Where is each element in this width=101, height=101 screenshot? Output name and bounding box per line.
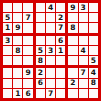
box-9: 7428: [68, 68, 98, 98]
cell-r7c5[interactable]: [46, 68, 55, 77]
cell-r9c7[interactable]: [68, 89, 77, 98]
cell-r1c1[interactable]: [3, 3, 12, 12]
cell-r1c7: 9: [68, 3, 77, 12]
cell-r7c1[interactable]: [3, 68, 12, 77]
cell-r6c3[interactable]: [23, 56, 32, 65]
cell-r2c6: 2: [56, 13, 65, 22]
box-7: 916: [3, 68, 33, 98]
cell-r5c1[interactable]: [3, 46, 12, 55]
cell-r6c8[interactable]: [79, 56, 88, 65]
cell-r8c8[interactable]: [79, 79, 88, 88]
cell-r4c6: 6: [56, 36, 65, 45]
box-1: 5719: [3, 3, 33, 33]
cell-r4c7[interactable]: [68, 36, 77, 45]
cell-r5c6: 1: [56, 46, 65, 55]
cell-r4c4[interactable]: [36, 36, 45, 45]
cell-r3c2: 9: [13, 23, 22, 32]
cell-r8c6[interactable]: [56, 79, 65, 88]
box-3: 938: [68, 3, 98, 33]
cell-r5c8: 4: [79, 46, 88, 55]
cell-r9c9[interactable]: [89, 89, 98, 98]
cell-r8c7: 2: [68, 79, 77, 88]
cell-r8c1[interactable]: [3, 79, 12, 88]
cell-r4c1: 3: [3, 36, 12, 45]
cell-r4c8[interactable]: [79, 36, 88, 45]
cell-r6c2[interactable]: [13, 56, 22, 65]
cell-r6c9: 5: [89, 56, 98, 65]
cell-r9c6[interactable]: [56, 89, 65, 98]
cell-r9c5: 7: [46, 89, 55, 98]
cell-r2c4[interactable]: [36, 13, 45, 22]
cell-r4c9[interactable]: [89, 36, 98, 45]
cell-r3c7: 8: [68, 23, 77, 32]
cell-r8c3[interactable]: [23, 79, 32, 88]
cell-r4c3[interactable]: [23, 36, 32, 45]
cell-r5c2: 8: [13, 46, 22, 55]
cell-r7c3: 9: [23, 68, 32, 77]
cell-r2c8[interactable]: [79, 13, 88, 22]
cell-r3c5[interactable]: [46, 23, 55, 32]
cell-r6c7[interactable]: [68, 56, 77, 65]
cell-r7c7[interactable]: [68, 68, 77, 77]
cell-r7c4: 2: [36, 68, 45, 77]
cell-r6c4: 8: [36, 56, 45, 65]
cell-r6c6[interactable]: [56, 56, 65, 65]
cell-r8c5[interactable]: [46, 79, 55, 88]
cell-r3c9[interactable]: [89, 23, 98, 32]
box-6: 45: [68, 36, 98, 66]
cell-r3c4[interactable]: [36, 23, 45, 32]
cell-r1c8: 3: [79, 3, 88, 12]
cell-r6c1[interactable]: [3, 56, 12, 65]
cell-r2c5[interactable]: [46, 13, 55, 22]
cell-r8c2[interactable]: [13, 79, 22, 88]
cell-r7c8: 7: [79, 68, 88, 77]
cell-r1c9[interactable]: [89, 3, 98, 12]
cell-r5c7[interactable]: [68, 46, 77, 55]
cell-r2c9[interactable]: [89, 13, 98, 22]
cell-r1c2[interactable]: [13, 3, 22, 12]
cell-r3c1: 1: [3, 23, 12, 32]
cell-r1c3[interactable]: [23, 3, 32, 12]
cell-r5c3[interactable]: [23, 46, 32, 55]
cell-r8c9: 8: [89, 79, 98, 88]
cell-r9c3: 6: [23, 89, 32, 98]
box-2: 427: [36, 3, 66, 33]
cell-r3c3[interactable]: [23, 23, 32, 32]
cell-r7c6[interactable]: [56, 68, 65, 77]
cell-r2c2[interactable]: [13, 13, 22, 22]
box-8: 267: [36, 68, 66, 98]
cell-r6c5[interactable]: [46, 56, 55, 65]
cell-r8c4: 6: [36, 79, 45, 88]
cell-r4c2[interactable]: [13, 36, 22, 45]
cell-r9c8[interactable]: [79, 89, 88, 98]
sudoku-board: 57194279383865318459162677428: [0, 0, 101, 101]
cell-r5c4: 5: [36, 46, 45, 55]
cell-r2c1: 5: [3, 13, 12, 22]
cell-r2c3: 7: [23, 13, 32, 22]
cell-r7c9: 4: [89, 68, 98, 77]
cell-r3c8[interactable]: [79, 23, 88, 32]
cell-r1c4[interactable]: [36, 3, 45, 12]
cell-r9c4[interactable]: [36, 89, 45, 98]
box-5: 65318: [36, 36, 66, 66]
cell-r1c5: 4: [46, 3, 55, 12]
cell-r5c9[interactable]: [89, 46, 98, 55]
cell-r2c7[interactable]: [68, 13, 77, 22]
cell-r9c2: 1: [13, 89, 22, 98]
cell-r9c1[interactable]: [3, 89, 12, 98]
cell-r5c5: 3: [46, 46, 55, 55]
cell-r4c5[interactable]: [46, 36, 55, 45]
cell-r1c6[interactable]: [56, 3, 65, 12]
cell-r7c2[interactable]: [13, 68, 22, 77]
box-4: 38: [3, 36, 33, 66]
cell-r3c6: 7: [56, 23, 65, 32]
